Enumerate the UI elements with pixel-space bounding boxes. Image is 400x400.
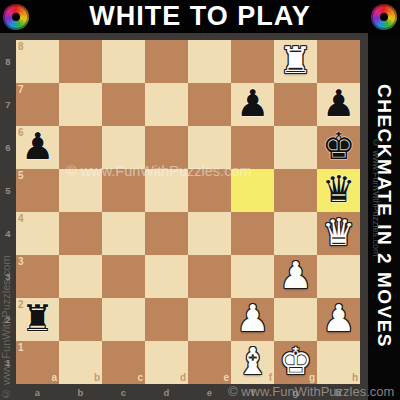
board-frame: 87654321 8♜7♟♟6♟♚5♛4♛3♟2♜♟♟1abcdef♝g♚h a… [0,33,368,400]
piece-white-pawn-h2: ♟ [322,297,355,340]
outside-rank-label-8: 8 [0,40,16,83]
square-f5 [231,169,274,212]
file-label-inside-b: b [94,372,100,383]
piece-black-pawn-h7: ♟ [322,82,355,125]
outside-file-label-a: a [16,384,59,400]
outside-file-label-d: d [145,384,188,400]
outside-rank-label-4: 4 [0,212,16,255]
square-d4 [145,212,188,255]
outside-rank-label-2: 2 [0,298,16,341]
chess-puzzle-image: WHITE TO PLAY 87654321 8♜7♟♟6♟♚5♛4♛3♟2♜♟… [0,0,400,400]
square-c8 [102,40,145,83]
square-a6: 6♟ [16,126,59,169]
piece-black-pawn-a6: ♟ [21,125,54,168]
square-b2 [59,298,102,341]
square-c2 [102,298,145,341]
square-c5 [102,169,145,212]
square-d6 [145,126,188,169]
outside-rank-label-3: 3 [0,255,16,298]
outside-file-label-e: e [188,384,231,400]
square-f7: ♟ [231,83,274,126]
outside-rank-label-6: 6 [0,126,16,169]
file-label-inside-e: e [223,372,229,383]
rank-label-inside-3: 3 [18,256,24,267]
sidebar-banner: CHECKMATE IN 2 MOVES [368,33,400,400]
square-e2 [188,298,231,341]
header-banner: WHITE TO PLAY [0,0,400,33]
piece-white-rook-g8: ♜ [279,39,312,82]
outside-file-label-c: c [102,384,145,400]
square-a5: 5 [16,169,59,212]
square-a3: 3 [16,255,59,298]
square-c3 [102,255,145,298]
square-g1: g♚ [274,341,317,384]
square-h8 [317,40,360,83]
outside-rank-label-1: 1 [0,341,16,384]
square-h4: ♛ [317,212,360,255]
piece-black-king-h6: ♚ [322,125,355,168]
square-b4 [59,212,102,255]
piece-black-rook-a2: ♜ [21,297,54,340]
rank-labels-outside: 87654321 [0,40,16,384]
outside-rank-label-5: 5 [0,169,16,212]
square-e1: e [188,341,231,384]
rank-label-inside-4: 4 [18,213,24,224]
square-b3 [59,255,102,298]
square-a8: 8 [16,40,59,83]
rank-label-inside-7: 7 [18,84,24,95]
file-label-inside-h: h [352,372,358,383]
square-a2: 2♜ [16,298,59,341]
piece-white-king-g1: ♚ [279,340,312,383]
outside-file-label-g: g [274,384,317,400]
square-f8 [231,40,274,83]
puzzle-logo-icon [371,4,397,30]
file-label-inside-f: f [269,372,272,383]
instruction-text: CHECKMATE IN 2 MOVES [373,84,395,348]
square-a4: 4 [16,212,59,255]
square-h5: ♛ [317,169,360,212]
outside-file-label-b: b [59,384,102,400]
puzzle-logo-icon [3,4,29,30]
square-h6: ♚ [317,126,360,169]
square-e7 [188,83,231,126]
file-label-inside-a: a [51,372,57,383]
piece-white-bishop-f1: ♝ [236,340,269,383]
piece-black-pawn-f7: ♟ [236,82,269,125]
page-title: WHITE TO PLAY [29,0,371,33]
file-label-inside-c: c [137,372,143,383]
square-d1: d [145,341,188,384]
square-e4 [188,212,231,255]
square-a7: 7 [16,83,59,126]
square-a1: 1a [16,341,59,384]
file-labels-outside: abcdefgh [16,384,360,400]
square-g3: ♟ [274,255,317,298]
square-c6 [102,126,145,169]
square-h7: ♟ [317,83,360,126]
outside-rank-label-7: 7 [0,83,16,126]
square-g2 [274,298,317,341]
square-d2 [145,298,188,341]
square-f3 [231,255,274,298]
square-d7 [145,83,188,126]
piece-white-pawn-g3: ♟ [279,254,312,297]
square-b6 [59,126,102,169]
piece-white-queen-h4: ♛ [322,211,355,254]
square-c7 [102,83,145,126]
square-b1: b [59,341,102,384]
outside-file-label-f: f [231,384,274,400]
square-g6 [274,126,317,169]
chess-board: 8♜7♟♟6♟♚5♛4♛3♟2♜♟♟1abcdef♝g♚h [16,40,360,384]
square-d5 [145,169,188,212]
square-g4 [274,212,317,255]
square-b7 [59,83,102,126]
square-e3 [188,255,231,298]
square-b8 [59,40,102,83]
square-d8 [145,40,188,83]
square-f1: f♝ [231,341,274,384]
square-c1: c [102,341,145,384]
outside-file-label-h: h [317,384,360,400]
square-e8 [188,40,231,83]
square-g7 [274,83,317,126]
square-f2: ♟ [231,298,274,341]
rank-label-inside-1: 1 [18,342,24,353]
square-h2: ♟ [317,298,360,341]
piece-black-queen-h5: ♛ [322,168,355,211]
square-f6 [231,126,274,169]
square-c4 [102,212,145,255]
square-d3 [145,255,188,298]
piece-white-pawn-f2: ♟ [236,297,269,340]
square-h1: h [317,341,360,384]
square-h3 [317,255,360,298]
square-e6 [188,126,231,169]
square-g8: ♜ [274,40,317,83]
rank-label-inside-8: 8 [18,41,24,52]
square-b5 [59,169,102,212]
rank-label-inside-5: 5 [18,170,24,181]
file-label-inside-d: d [180,372,186,383]
square-e5 [188,169,231,212]
square-g5 [274,169,317,212]
square-f4 [231,212,274,255]
